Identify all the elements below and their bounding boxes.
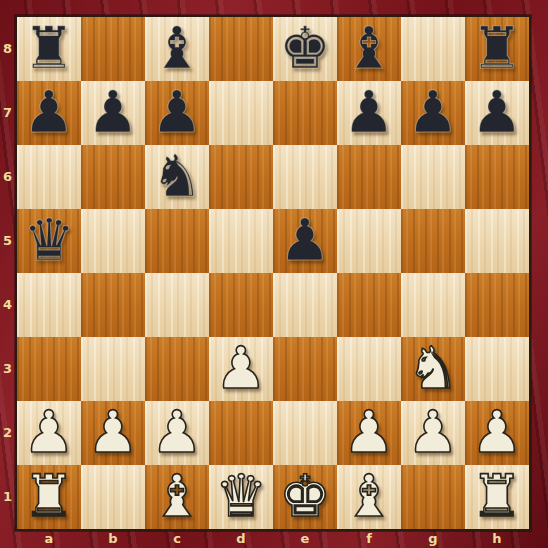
- square-b1[interactable]: [81, 465, 145, 529]
- square-b3[interactable]: [81, 337, 145, 401]
- file-label-f: f: [337, 531, 401, 548]
- square-f7[interactable]: ♟: [337, 81, 401, 145]
- chess-board: ♜♝♚♝♜♟♟♟♟♟♟♞♛♟♟♞♟♟♟♟♟♟♜♝♛♚♝♜: [15, 15, 531, 531]
- square-h3[interactable]: [465, 337, 529, 401]
- square-f8[interactable]: ♝: [337, 17, 401, 81]
- rank-label-6: 6: [0, 145, 15, 209]
- piece-black-pawn-h7[interactable]: ♟: [471, 83, 523, 141]
- square-f2[interactable]: ♟: [337, 401, 401, 465]
- piece-white-king-e1[interactable]: ♚: [279, 467, 331, 525]
- square-f6[interactable]: [337, 145, 401, 209]
- piece-black-bishop-c8[interactable]: ♝: [151, 19, 203, 77]
- piece-white-rook-h1[interactable]: ♜: [471, 467, 523, 525]
- square-f1[interactable]: ♝: [337, 465, 401, 529]
- square-e2[interactable]: [273, 401, 337, 465]
- square-a7[interactable]: ♟: [17, 81, 81, 145]
- square-d8[interactable]: [209, 17, 273, 81]
- square-h5[interactable]: [465, 209, 529, 273]
- square-g4[interactable]: [401, 273, 465, 337]
- rank-label-7: 7: [0, 81, 15, 145]
- square-b6[interactable]: [81, 145, 145, 209]
- square-h8[interactable]: ♜: [465, 17, 529, 81]
- file-label-h: h: [465, 531, 529, 548]
- piece-white-pawn-b2[interactable]: ♟: [87, 403, 139, 461]
- square-a3[interactable]: [17, 337, 81, 401]
- file-labels: abcdefgh: [17, 531, 529, 548]
- piece-white-pawn-d3[interactable]: ♟: [215, 339, 267, 397]
- square-a8[interactable]: ♜: [17, 17, 81, 81]
- piece-white-queen-d1[interactable]: ♛: [215, 467, 267, 525]
- rank-label-1: 1: [0, 465, 15, 529]
- file-label-g: g: [401, 531, 465, 548]
- piece-white-bishop-f1[interactable]: ♝: [343, 467, 395, 525]
- piece-black-queen-a5[interactable]: ♛: [23, 211, 75, 269]
- square-e7[interactable]: [273, 81, 337, 145]
- square-g2[interactable]: ♟: [401, 401, 465, 465]
- square-h7[interactable]: ♟: [465, 81, 529, 145]
- rank-label-2: 2: [0, 401, 15, 465]
- rank-label-4: 4: [0, 273, 15, 337]
- piece-black-king-e8[interactable]: ♚: [279, 19, 331, 77]
- square-c5[interactable]: [145, 209, 209, 273]
- square-g5[interactable]: [401, 209, 465, 273]
- square-b8[interactable]: [81, 17, 145, 81]
- square-g7[interactable]: ♟: [401, 81, 465, 145]
- square-e5[interactable]: ♟: [273, 209, 337, 273]
- rank-label-5: 5: [0, 209, 15, 273]
- piece-white-pawn-g2[interactable]: ♟: [407, 403, 459, 461]
- file-label-e: e: [273, 531, 337, 548]
- piece-black-rook-h8[interactable]: ♜: [471, 19, 523, 77]
- file-label-b: b: [81, 531, 145, 548]
- file-label-a: a: [17, 531, 81, 548]
- square-e6[interactable]: [273, 145, 337, 209]
- square-g6[interactable]: [401, 145, 465, 209]
- square-a2[interactable]: ♟: [17, 401, 81, 465]
- piece-black-rook-a8[interactable]: ♜: [23, 19, 75, 77]
- piece-white-knight-g3[interactable]: ♞: [407, 339, 459, 397]
- square-b2[interactable]: ♟: [81, 401, 145, 465]
- piece-white-pawn-c2[interactable]: ♟: [151, 403, 203, 461]
- square-d6[interactable]: [209, 145, 273, 209]
- square-h2[interactable]: ♟: [465, 401, 529, 465]
- square-f4[interactable]: [337, 273, 401, 337]
- square-b7[interactable]: ♟: [81, 81, 145, 145]
- piece-black-pawn-a7[interactable]: ♟: [23, 83, 75, 141]
- rank-label-8: 8: [0, 17, 15, 81]
- square-h1[interactable]: ♜: [465, 465, 529, 529]
- piece-black-knight-c6[interactable]: ♞: [151, 147, 203, 205]
- square-c4[interactable]: [145, 273, 209, 337]
- square-d5[interactable]: [209, 209, 273, 273]
- piece-white-bishop-c1[interactable]: ♝: [151, 467, 203, 525]
- square-d7[interactable]: [209, 81, 273, 145]
- square-a6[interactable]: [17, 145, 81, 209]
- square-g3[interactable]: ♞: [401, 337, 465, 401]
- piece-white-rook-a1[interactable]: ♜: [23, 467, 75, 525]
- square-d3[interactable]: ♟: [209, 337, 273, 401]
- square-a4[interactable]: [17, 273, 81, 337]
- piece-black-pawn-b7[interactable]: ♟: [87, 83, 139, 141]
- square-g8[interactable]: [401, 17, 465, 81]
- rank-labels: 87654321: [0, 17, 15, 529]
- rank-label-3: 3: [0, 337, 15, 401]
- square-d1[interactable]: ♛: [209, 465, 273, 529]
- square-c8[interactable]: ♝: [145, 17, 209, 81]
- square-c7[interactable]: ♟: [145, 81, 209, 145]
- square-e3[interactable]: [273, 337, 337, 401]
- square-c2[interactable]: ♟: [145, 401, 209, 465]
- piece-white-pawn-h2[interactable]: ♟: [471, 403, 523, 461]
- square-f3[interactable]: [337, 337, 401, 401]
- piece-white-pawn-a2[interactable]: ♟: [23, 403, 75, 461]
- board-frame: ♜♝♚♝♜♟♟♟♟♟♟♞♛♟♟♞♟♟♟♟♟♟♜♝♛♚♝♜ 87654321 ab…: [0, 0, 548, 548]
- file-label-d: d: [209, 531, 273, 548]
- square-c6[interactable]: ♞: [145, 145, 209, 209]
- square-b4[interactable]: [81, 273, 145, 337]
- piece-black-bishop-f8[interactable]: ♝: [343, 19, 395, 77]
- piece-black-pawn-f7[interactable]: ♟: [343, 83, 395, 141]
- piece-black-pawn-g7[interactable]: ♟: [407, 83, 459, 141]
- square-e1[interactable]: ♚: [273, 465, 337, 529]
- square-h4[interactable]: [465, 273, 529, 337]
- square-d2[interactable]: [209, 401, 273, 465]
- file-label-c: c: [145, 531, 209, 548]
- square-a5[interactable]: ♛: [17, 209, 81, 273]
- square-e4[interactable]: [273, 273, 337, 337]
- piece-black-pawn-c7[interactable]: ♟: [151, 83, 203, 141]
- square-c3[interactable]: [145, 337, 209, 401]
- square-b5[interactable]: [81, 209, 145, 273]
- square-d4[interactable]: [209, 273, 273, 337]
- square-c1[interactable]: ♝: [145, 465, 209, 529]
- square-f5[interactable]: [337, 209, 401, 273]
- square-e8[interactable]: ♚: [273, 17, 337, 81]
- piece-white-pawn-f2[interactable]: ♟: [343, 403, 395, 461]
- square-g1[interactable]: [401, 465, 465, 529]
- square-a1[interactable]: ♜: [17, 465, 81, 529]
- piece-black-pawn-e5[interactable]: ♟: [279, 211, 331, 269]
- square-h6[interactable]: [465, 145, 529, 209]
